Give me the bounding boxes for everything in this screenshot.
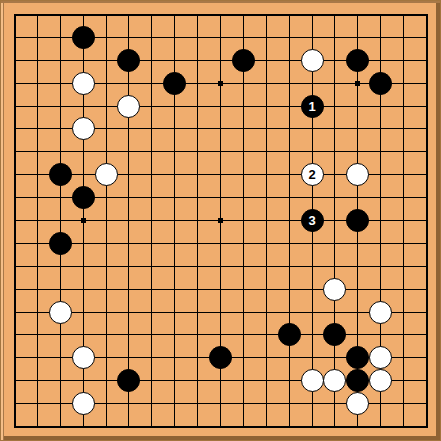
black-stone-q4 xyxy=(346,346,369,369)
white-stone-q2 xyxy=(346,392,369,415)
white-stone-p3 xyxy=(323,369,346,392)
star-point xyxy=(355,81,360,86)
white-stone-d16 xyxy=(72,72,95,95)
grid-line-vertical xyxy=(289,14,290,428)
move-number-label: 2 xyxy=(308,168,315,181)
black-stone-h16 xyxy=(163,72,186,95)
white-stone-c6 xyxy=(49,301,72,324)
grid-line-horizontal xyxy=(14,266,428,267)
go-board: 123 xyxy=(0,0,441,441)
white-stone-r3 xyxy=(369,369,392,392)
white-stone-d2 xyxy=(72,392,95,415)
black-stone-r16 xyxy=(369,72,392,95)
white-stone-q12 xyxy=(346,163,369,186)
black-stone-c12 xyxy=(49,163,72,186)
black-stone-f17 xyxy=(117,49,140,72)
grid-line-horizontal xyxy=(14,289,428,290)
black-stone-f3 xyxy=(117,369,140,392)
grid-line-vertical xyxy=(403,14,404,428)
grid-line-horizontal xyxy=(14,334,428,335)
move-1-black-stone-o15: 1 xyxy=(301,95,324,118)
grid-line-horizontal xyxy=(14,426,428,428)
grid-line-horizontal xyxy=(14,312,428,313)
black-stone-q3 xyxy=(346,369,369,392)
white-stone-d14 xyxy=(72,117,95,140)
white-stone-e12 xyxy=(95,163,118,186)
white-stone-o3 xyxy=(301,369,324,392)
grid-line-vertical xyxy=(243,14,244,428)
move-2-white-stone-o12: 2 xyxy=(301,163,324,186)
grid-line-vertical xyxy=(426,14,428,428)
black-stone-d11 xyxy=(72,186,95,209)
black-stone-l17 xyxy=(232,49,255,72)
white-stone-r4 xyxy=(369,346,392,369)
white-stone-d4 xyxy=(72,346,95,369)
black-stone-n5 xyxy=(278,323,301,346)
white-stone-f15 xyxy=(117,95,140,118)
black-stone-k4 xyxy=(209,346,232,369)
move-number-label: 3 xyxy=(308,214,315,227)
black-stone-d18 xyxy=(72,26,95,49)
star-point xyxy=(218,218,223,223)
star-point xyxy=(218,81,223,86)
black-stone-p5 xyxy=(323,323,346,346)
black-stone-q10 xyxy=(346,209,369,232)
white-stone-o17 xyxy=(301,49,324,72)
black-stone-c9 xyxy=(49,232,72,255)
white-stone-p7 xyxy=(323,278,346,301)
grid-line-horizontal xyxy=(14,243,428,244)
white-stone-r6 xyxy=(369,301,392,324)
star-point xyxy=(81,218,86,223)
grid-line-vertical xyxy=(334,14,335,428)
grid-line-vertical xyxy=(266,14,267,428)
black-stone-q17 xyxy=(346,49,369,72)
move-number-label: 1 xyxy=(308,100,315,113)
move-3-black-stone-o10: 3 xyxy=(301,209,324,232)
